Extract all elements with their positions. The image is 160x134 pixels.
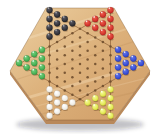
hole[interactable] — [102, 76, 105, 79]
peg-highlight — [116, 73, 118, 75]
peg-ball — [84, 99, 90, 105]
peg-highlight — [48, 34, 50, 36]
peg-highlight — [17, 60, 19, 62]
peg-ball — [92, 25, 98, 31]
peg-ball — [107, 113, 113, 119]
hole[interactable] — [94, 80, 97, 83]
peg-ball — [62, 25, 68, 31]
peg-ball — [54, 99, 60, 105]
peg-ball — [69, 20, 75, 26]
hole[interactable] — [86, 32, 89, 35]
peg-ball — [115, 47, 121, 53]
hole[interactable] — [109, 72, 112, 75]
hole[interactable] — [79, 28, 82, 31]
peg-highlight — [70, 20, 72, 22]
hole[interactable] — [86, 67, 89, 70]
peg-highlight — [32, 60, 34, 62]
hole[interactable] — [79, 98, 82, 101]
peg-ball — [138, 60, 144, 66]
peg-ball — [24, 64, 30, 70]
hole[interactable] — [64, 45, 67, 48]
hole[interactable] — [64, 89, 67, 92]
peg-ball — [39, 64, 45, 70]
peg-ball — [46, 104, 52, 110]
peg-highlight — [63, 104, 65, 106]
hole[interactable] — [102, 50, 105, 53]
hole[interactable] — [109, 45, 112, 48]
peg-ball — [123, 60, 129, 66]
peg-highlight — [40, 73, 42, 75]
hole[interactable] — [94, 72, 97, 75]
peg-ball — [100, 91, 106, 97]
hole[interactable] — [79, 72, 82, 75]
peg-highlight — [101, 100, 103, 102]
peg-highlight — [40, 56, 42, 58]
peg-ball — [115, 64, 121, 70]
peg-highlight — [55, 29, 57, 31]
peg-highlight — [25, 56, 27, 58]
hole[interactable] — [109, 80, 112, 83]
hole[interactable] — [109, 63, 112, 66]
hole[interactable] — [56, 41, 59, 44]
peg-highlight — [86, 100, 88, 102]
hole[interactable] — [56, 85, 59, 88]
hole[interactable] — [48, 72, 51, 75]
peg-ball — [16, 60, 22, 66]
peg-highlight — [40, 47, 42, 49]
peg-highlight — [48, 16, 50, 18]
peg-highlight — [55, 108, 57, 110]
peg-highlight — [63, 16, 65, 18]
peg-ball — [39, 47, 45, 53]
peg-ball — [115, 55, 121, 61]
hole[interactable] — [86, 50, 89, 53]
peg-ball — [46, 7, 52, 13]
peg-ball — [92, 95, 98, 101]
peg-highlight — [101, 20, 103, 22]
hole[interactable] — [79, 54, 82, 57]
peg-highlight — [109, 86, 111, 88]
peg-ball — [31, 51, 37, 57]
peg-ball — [39, 73, 45, 79]
peg-highlight — [109, 16, 111, 18]
peg-highlight — [55, 91, 57, 93]
peg-ball — [24, 55, 30, 61]
hole[interactable] — [79, 89, 82, 92]
peg-ball — [46, 113, 52, 119]
peg-highlight — [139, 60, 141, 62]
peg-highlight — [101, 108, 103, 110]
peg-ball — [84, 20, 90, 26]
hole[interactable] — [79, 63, 82, 66]
hole[interactable] — [94, 63, 97, 66]
chinese-checkers-scene — [0, 0, 160, 134]
peg-highlight — [109, 95, 111, 97]
chinese-checkers-board — [0, 0, 160, 134]
hole[interactable] — [102, 67, 105, 70]
peg-highlight — [93, 25, 95, 27]
peg-highlight — [124, 69, 126, 71]
hole[interactable] — [64, 54, 67, 57]
peg-highlight — [55, 12, 57, 14]
peg-ball — [62, 104, 68, 110]
peg-ball — [46, 33, 52, 39]
peg-ball — [46, 86, 52, 92]
hole[interactable] — [71, 41, 74, 44]
peg-highlight — [109, 7, 111, 9]
peg-ball — [54, 11, 60, 17]
hole[interactable] — [86, 94, 89, 97]
peg-highlight — [40, 64, 42, 66]
peg-highlight — [109, 34, 111, 36]
peg-highlight — [48, 95, 50, 97]
peg-ball — [69, 99, 75, 105]
hole[interactable] — [64, 36, 67, 39]
hole[interactable] — [86, 76, 89, 79]
hole[interactable] — [71, 94, 74, 97]
hole[interactable] — [48, 45, 51, 48]
hole[interactable] — [48, 63, 51, 66]
peg-highlight — [48, 104, 50, 106]
hole[interactable] — [79, 45, 82, 48]
peg-ball — [107, 16, 113, 22]
hole[interactable] — [71, 32, 74, 35]
peg-ball — [31, 69, 37, 75]
peg-ball — [123, 69, 129, 75]
peg-highlight — [116, 64, 118, 66]
peg-ball — [92, 16, 98, 22]
hole[interactable] — [48, 54, 51, 57]
hole[interactable] — [86, 41, 89, 44]
peg-ball — [115, 73, 121, 79]
peg-highlight — [32, 69, 34, 71]
peg-ball — [100, 20, 106, 26]
peg-highlight — [93, 16, 95, 18]
peg-ball — [92, 104, 98, 110]
peg-highlight — [63, 95, 65, 97]
hole[interactable] — [94, 54, 97, 57]
peg-ball — [130, 55, 136, 61]
hole[interactable] — [56, 67, 59, 70]
peg-highlight — [25, 64, 27, 66]
hole[interactable] — [64, 80, 67, 83]
peg-highlight — [48, 25, 50, 27]
peg-highlight — [116, 47, 118, 49]
peg-ball — [107, 86, 113, 92]
peg-ball — [46, 25, 52, 31]
peg-ball — [130, 64, 136, 70]
peg-highlight — [101, 91, 103, 93]
peg-highlight — [93, 104, 95, 106]
hole[interactable] — [79, 36, 82, 39]
peg-ball — [46, 16, 52, 22]
hole[interactable] — [86, 58, 89, 61]
peg-highlight — [101, 29, 103, 31]
peg-ball — [54, 108, 60, 114]
peg-highlight — [32, 51, 34, 53]
peg-ball — [100, 29, 106, 35]
peg-ball — [54, 29, 60, 35]
hole[interactable] — [71, 76, 74, 79]
peg-highlight — [109, 25, 111, 27]
peg-highlight — [48, 7, 50, 9]
hole[interactable] — [86, 85, 89, 88]
hole[interactable] — [71, 85, 74, 88]
peg-highlight — [116, 56, 118, 58]
peg-highlight — [109, 104, 111, 106]
peg-ball — [54, 91, 60, 97]
peg-ball — [107, 95, 113, 101]
hole[interactable] — [102, 41, 105, 44]
peg-highlight — [109, 113, 111, 115]
peg-ball — [123, 51, 129, 57]
hole[interactable] — [94, 89, 97, 92]
peg-ball — [100, 11, 106, 17]
hole[interactable] — [56, 58, 59, 61]
hole[interactable] — [94, 36, 97, 39]
peg-ball — [107, 25, 113, 31]
peg-ball — [46, 95, 52, 101]
hole[interactable] — [48, 80, 51, 83]
hole[interactable] — [64, 72, 67, 75]
peg-ball — [107, 33, 113, 39]
hole[interactable] — [109, 54, 112, 57]
peg-ball — [54, 20, 60, 26]
hole[interactable] — [102, 58, 105, 61]
peg-highlight — [55, 20, 57, 22]
hole[interactable] — [94, 45, 97, 48]
hole[interactable] — [71, 67, 74, 70]
peg-ball — [100, 108, 106, 114]
peg-highlight — [70, 100, 72, 102]
peg-highlight — [124, 60, 126, 62]
peg-ball — [31, 60, 37, 66]
peg-ball — [107, 7, 113, 13]
peg-ball — [100, 99, 106, 105]
peg-ball — [39, 55, 45, 61]
peg-highlight — [101, 12, 103, 14]
hole[interactable] — [79, 80, 82, 83]
hole[interactable] — [56, 50, 59, 53]
peg-highlight — [55, 100, 57, 102]
peg-ball — [62, 16, 68, 22]
hole[interactable] — [64, 63, 67, 66]
peg-highlight — [131, 56, 133, 58]
peg-highlight — [131, 64, 133, 66]
peg-highlight — [48, 113, 50, 115]
peg-highlight — [93, 95, 95, 97]
hole[interactable] — [71, 50, 74, 53]
peg-highlight — [63, 25, 65, 27]
peg-highlight — [48, 86, 50, 88]
hole[interactable] — [102, 85, 105, 88]
peg-highlight — [124, 51, 126, 53]
peg-ball — [62, 95, 68, 101]
hole[interactable] — [56, 76, 59, 79]
hole[interactable] — [71, 58, 74, 61]
peg-ball — [107, 104, 113, 110]
peg-highlight — [86, 20, 88, 22]
